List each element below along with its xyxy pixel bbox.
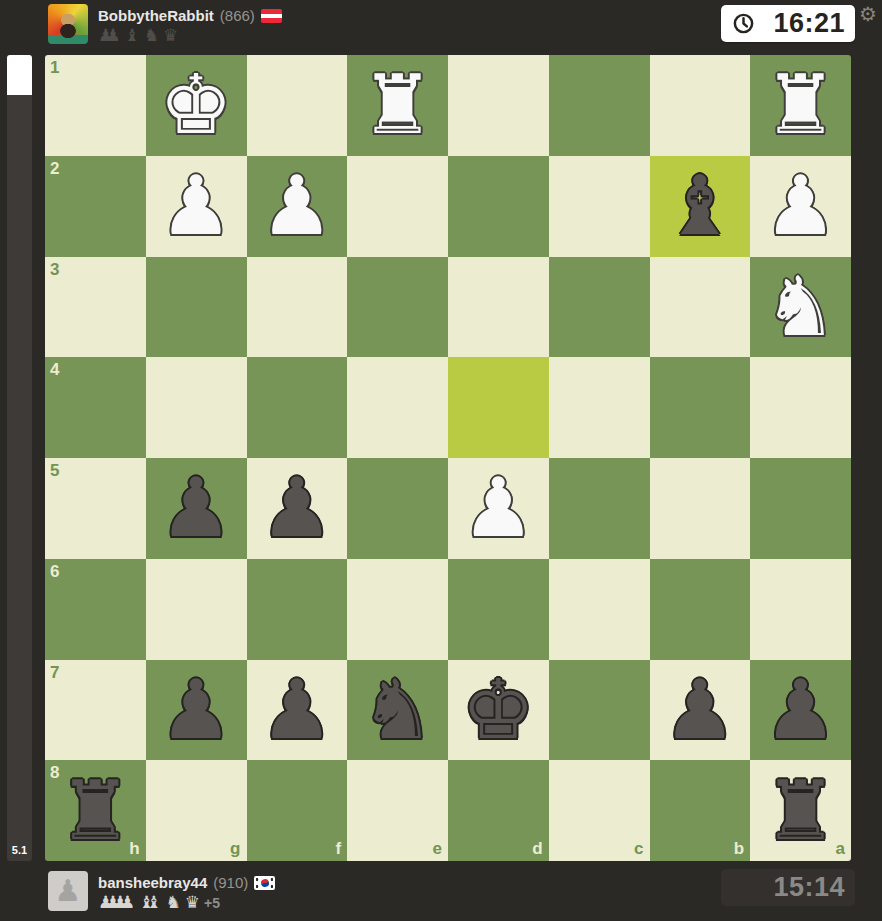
bottom-player-avatar[interactable]: ♟ — [48, 871, 88, 911]
square-d2[interactable] — [448, 156, 549, 257]
square-f3[interactable] — [247, 257, 348, 358]
square-f5[interactable]: ♟ — [247, 458, 348, 559]
piece-black-rook-a8[interactable]: ♜ — [750, 760, 851, 861]
square-c2[interactable] — [549, 156, 650, 257]
square-a2[interactable]: ♟ — [750, 156, 851, 257]
square-e6[interactable] — [347, 559, 448, 660]
square-g6[interactable] — [146, 559, 247, 660]
square-h3[interactable]: 3 — [45, 257, 146, 358]
square-f8[interactable]: f — [247, 760, 348, 861]
clock-icon — [732, 12, 755, 35]
piece-black-pawn-a7[interactable]: ♟ — [750, 660, 851, 761]
file-label-c: c — [634, 840, 643, 857]
top-player-rating: (866) — [220, 7, 255, 24]
captured-pawn-x4: ♟♟♟♟ — [98, 894, 139, 911]
file-label-g: g — [230, 840, 240, 857]
piece-white-pawn-f2[interactable]: ♟ — [247, 156, 348, 257]
square-e5[interactable] — [347, 458, 448, 559]
bottom-clock-time: 15:14 — [773, 872, 845, 903]
square-g1[interactable]: ♚ — [146, 55, 247, 156]
captured-bishop-x2: ♝♝ — [139, 894, 165, 911]
square-b7[interactable]: ♟ — [650, 660, 751, 761]
captured-knight-x1: ♞ — [165, 894, 184, 911]
square-b8[interactable]: b — [650, 760, 751, 861]
piece-white-king-g1[interactable]: ♚ — [146, 55, 247, 156]
square-b1[interactable] — [650, 55, 751, 156]
square-c4[interactable] — [549, 357, 650, 458]
square-e8[interactable]: e — [347, 760, 448, 861]
bottom-player-captured-pieces: ♟♟♟♟♝♝♞♛ +5 — [98, 894, 220, 911]
square-h1[interactable]: 1 — [45, 55, 146, 156]
square-b2[interactable]: ♝ — [650, 156, 751, 257]
square-d7[interactable]: ♚ — [448, 660, 549, 761]
piece-white-rook-e1[interactable]: ♜ — [347, 55, 448, 156]
square-a7[interactable]: ♟ — [750, 660, 851, 761]
square-a1[interactable]: ♜ — [750, 55, 851, 156]
square-h8[interactable]: 8h♜ — [45, 760, 146, 861]
square-f2[interactable]: ♟ — [247, 156, 348, 257]
rank-label-7: 7 — [50, 664, 59, 681]
captured-queen-x1: ♛ — [185, 894, 204, 911]
settings-gear-icon[interactable]: ⚙ — [859, 4, 877, 24]
piece-black-pawn-b7[interactable]: ♟ — [650, 660, 751, 761]
piece-black-pawn-f5[interactable]: ♟ — [247, 458, 348, 559]
top-player-avatar[interactable] — [48, 4, 88, 44]
captured-pawn-x2: ♟♟ — [98, 27, 124, 44]
piece-white-rook-a1[interactable]: ♜ — [750, 55, 851, 156]
file-label-d: d — [532, 840, 542, 857]
default-pawn-avatar-icon: ♟ — [55, 876, 82, 906]
square-c3[interactable] — [549, 257, 650, 358]
bottom-player-clock: 15:14 — [721, 869, 855, 906]
eval-bar: 5.1 — [7, 55, 32, 861]
piece-black-pawn-f7[interactable]: ♟ — [247, 660, 348, 761]
square-d8[interactable]: d — [448, 760, 549, 861]
rank-label-6: 6 — [50, 563, 59, 580]
square-c1[interactable] — [549, 55, 650, 156]
top-player-info: BobbytheRabbit (866) — [98, 7, 282, 24]
top-clock-time: 16:21 — [773, 8, 845, 39]
eval-bar-white-section — [7, 55, 32, 95]
piece-black-rook-h8[interactable]: ♜ — [45, 760, 146, 861]
square-e1[interactable]: ♜ — [347, 55, 448, 156]
square-h2[interactable]: 2 — [45, 156, 146, 257]
square-c5[interactable] — [549, 458, 650, 559]
rank-label-5: 5 — [50, 462, 59, 479]
piece-white-pawn-g2[interactable]: ♟ — [146, 156, 247, 257]
square-f4[interactable] — [247, 357, 348, 458]
square-b4[interactable] — [650, 357, 751, 458]
square-c8[interactable]: c — [549, 760, 650, 861]
rank-label-4: 4 — [50, 361, 59, 378]
captured-bishop-x1: ♝ — [124, 27, 143, 44]
south-korea-flag-icon — [254, 876, 275, 890]
square-e2[interactable] — [347, 156, 448, 257]
square-g8[interactable]: g — [146, 760, 247, 861]
square-d5[interactable]: ♟ — [448, 458, 549, 559]
square-f7[interactable]: ♟ — [247, 660, 348, 761]
file-label-e: e — [433, 840, 442, 857]
square-d1[interactable] — [448, 55, 549, 156]
captured-groups: ♟♟♟♟♝♝♞♛ — [98, 894, 204, 911]
square-h7[interactable]: 7 — [45, 660, 146, 761]
square-h6[interactable]: 6 — [45, 559, 146, 660]
bottom-player-rating: (910) — [213, 874, 248, 891]
square-g7[interactable]: ♟ — [146, 660, 247, 761]
square-a8[interactable]: a♜ — [750, 760, 851, 861]
file-label-b: b — [734, 840, 744, 857]
piece-black-bishop-b2[interactable]: ♝ — [650, 156, 751, 257]
bottom-player-info: bansheebray44 (910) — [98, 874, 275, 891]
square-b6[interactable] — [650, 559, 751, 660]
piece-black-pawn-g5[interactable]: ♟ — [146, 458, 247, 559]
piece-black-king-d7[interactable]: ♚ — [448, 660, 549, 761]
material-advantage: +5 — [204, 896, 220, 910]
square-h5[interactable]: 5 — [45, 458, 146, 559]
square-e7[interactable]: ♞ — [347, 660, 448, 761]
square-a4[interactable] — [750, 357, 851, 458]
square-b5[interactable] — [650, 458, 751, 559]
square-d4[interactable] — [448, 357, 549, 458]
square-a6[interactable] — [750, 559, 851, 660]
piece-black-knight-e7[interactable]: ♞ — [347, 660, 448, 761]
square-e3[interactable] — [347, 257, 448, 358]
square-d3[interactable] — [448, 257, 549, 358]
square-g4[interactable] — [146, 357, 247, 458]
rank-label-3: 3 — [50, 261, 59, 278]
square-g2[interactable]: ♟ — [146, 156, 247, 257]
piece-white-pawn-a2[interactable]: ♟ — [750, 156, 851, 257]
top-player-captured-pieces: ♟♟♝♞♛ — [98, 27, 182, 44]
file-label-f: f — [336, 840, 342, 857]
square-a5[interactable] — [750, 458, 851, 559]
square-d6[interactable] — [448, 559, 549, 660]
austria-flag-icon — [261, 9, 282, 23]
square-a3[interactable]: ♞ — [750, 257, 851, 358]
eval-score: 5.1 — [7, 844, 32, 856]
top-player-clock: 16:21 — [721, 5, 855, 42]
square-f1[interactable] — [247, 55, 348, 156]
square-g5[interactable]: ♟ — [146, 458, 247, 559]
chess-board[interactable]: 1♚♜♜2♟♟♝♟3♞45♟♟♟67♟♟♞♚♟♟8h♜gfedcba♜ — [45, 55, 851, 861]
piece-white-knight-a3[interactable]: ♞ — [750, 257, 851, 358]
square-e4[interactable] — [347, 357, 448, 458]
rank-label-2: 2 — [50, 160, 59, 177]
square-f6[interactable] — [247, 559, 348, 660]
piece-black-pawn-g7[interactable]: ♟ — [146, 660, 247, 761]
square-h4[interactable]: 4 — [45, 357, 146, 458]
square-g3[interactable] — [146, 257, 247, 358]
rank-label-1: 1 — [50, 59, 59, 76]
captured-knight-x1: ♞ — [144, 27, 163, 44]
captured-queen-x1: ♛ — [163, 27, 182, 44]
square-b3[interactable] — [650, 257, 751, 358]
bottom-player-name[interactable]: bansheebray44 — [98, 874, 207, 891]
square-c7[interactable] — [549, 660, 650, 761]
top-player-name[interactable]: BobbytheRabbit — [98, 7, 214, 24]
piece-white-pawn-d5[interactable]: ♟ — [448, 458, 549, 559]
square-c6[interactable] — [549, 559, 650, 660]
